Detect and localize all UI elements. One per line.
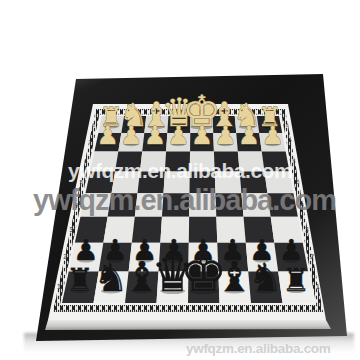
square-e4 — [189, 193, 216, 217]
rank-label-left-5: 5 — [80, 179, 83, 185]
square-b4 — [108, 193, 138, 217]
square-c6 — [140, 151, 166, 171]
piece-black-rook-a1: ♜ — [66, 261, 95, 299]
piece-white-pawn-h7: ♟ — [261, 121, 283, 150]
square-f5 — [215, 171, 242, 193]
piece-white-pawn-e7: ♟ — [191, 121, 213, 150]
rank-label-right-6: 6 — [293, 158, 296, 164]
square-g6 — [238, 151, 265, 171]
rank-label-right-4: 4 — [300, 201, 304, 208]
chessboard: 8877665544332211 ♜♞♝♛♚♝♞♜♟♟♟♟♟♟♟♟♟♟♟♟♟♟♟… — [0, 0, 360, 360]
square-h4 — [267, 193, 297, 217]
rank-label-left-1: 1 — [57, 282, 61, 291]
piece-white-pawn-d7: ♟ — [167, 121, 189, 150]
square-b6 — [115, 151, 142, 171]
square-a5 — [85, 171, 115, 193]
rank-label-left-8: 8 — [92, 123, 95, 128]
rank-label-left-7: 7 — [88, 139, 91, 145]
square-a4 — [80, 193, 111, 217]
piece-white-pawn-a7: ♟ — [97, 121, 119, 150]
square-a6 — [90, 151, 118, 171]
square-e6 — [190, 151, 215, 171]
rank-label-right-3: 3 — [305, 226, 309, 233]
square-d4 — [162, 193, 189, 217]
square-f4 — [215, 193, 243, 217]
piece-black-rook-h1: ♜ — [282, 261, 311, 299]
rank-label-left-3: 3 — [69, 226, 73, 233]
square-e5 — [189, 171, 215, 193]
board-front-edge — [45, 320, 331, 330]
rank-label-right-5: 5 — [296, 179, 299, 185]
rank-label-left-6: 6 — [84, 158, 87, 164]
square-g5 — [240, 171, 268, 193]
rank-label-right-8: 8 — [286, 123, 289, 128]
square-h6 — [262, 151, 290, 171]
decorative-band-bottom — [54, 305, 322, 312]
piece-white-pawn-c7: ♟ — [144, 121, 166, 150]
square-f6 — [214, 151, 240, 171]
square-h5 — [264, 171, 293, 193]
square-c4 — [135, 193, 164, 217]
square-d6 — [165, 151, 190, 171]
square-b5 — [111, 171, 139, 193]
piece-white-pawn-g7: ♟ — [238, 121, 260, 150]
square-c5 — [137, 171, 164, 193]
piece-white-pawn-b7: ♟ — [120, 121, 142, 150]
rank-label-right-1: 1 — [315, 282, 319, 291]
product-photo: 8877665544332211 ♜♞♝♛♚♝♞♜♟♟♟♟♟♟♟♟♟♟♟♟♟♟♟… — [0, 0, 360, 360]
piece-white-pawn-f7: ♟ — [214, 121, 236, 150]
rank-label-right-7: 7 — [289, 139, 292, 145]
rank-label-left-4: 4 — [75, 201, 79, 208]
piece-black-knight-g1: ♞ — [248, 255, 283, 300]
square-g4 — [241, 193, 270, 217]
square-d5 — [163, 171, 189, 193]
